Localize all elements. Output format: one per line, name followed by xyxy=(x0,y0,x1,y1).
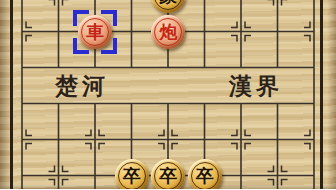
piece-ring: 卒 xyxy=(154,162,182,190)
red-cannon-glyph: 炮 xyxy=(159,22,177,40)
black-soldier-piece-f[interactable]: 卒 xyxy=(188,159,222,190)
black-soldier-glyph: 卒 xyxy=(159,166,177,184)
red-chariot-glyph: 車 xyxy=(86,22,104,40)
black-soldier-piece-d[interactable]: 卒 xyxy=(115,159,149,190)
red-cannon-piece[interactable]: 炮 xyxy=(151,15,185,49)
xiangqi-board[interactable]: 楚河 漢界 象 車 xyxy=(0,0,336,189)
black-soldier-piece-e[interactable]: 卒 xyxy=(151,159,185,190)
piece-ring: 車 xyxy=(81,18,109,46)
piece-ring: 炮 xyxy=(154,18,182,46)
black-elephant-piece[interactable]: 象 xyxy=(151,0,185,13)
piece-ring: 卒 xyxy=(118,162,146,190)
red-chariot-piece[interactable]: 車 xyxy=(78,15,112,49)
black-elephant-glyph: 象 xyxy=(159,0,177,4)
black-soldier-glyph: 卒 xyxy=(196,166,214,184)
black-soldier-glyph: 卒 xyxy=(123,166,141,184)
piece-ring: 象 xyxy=(154,0,182,10)
piece-layer: 象 車 炮 xyxy=(4,0,333,189)
piece-ring: 卒 xyxy=(191,162,219,190)
